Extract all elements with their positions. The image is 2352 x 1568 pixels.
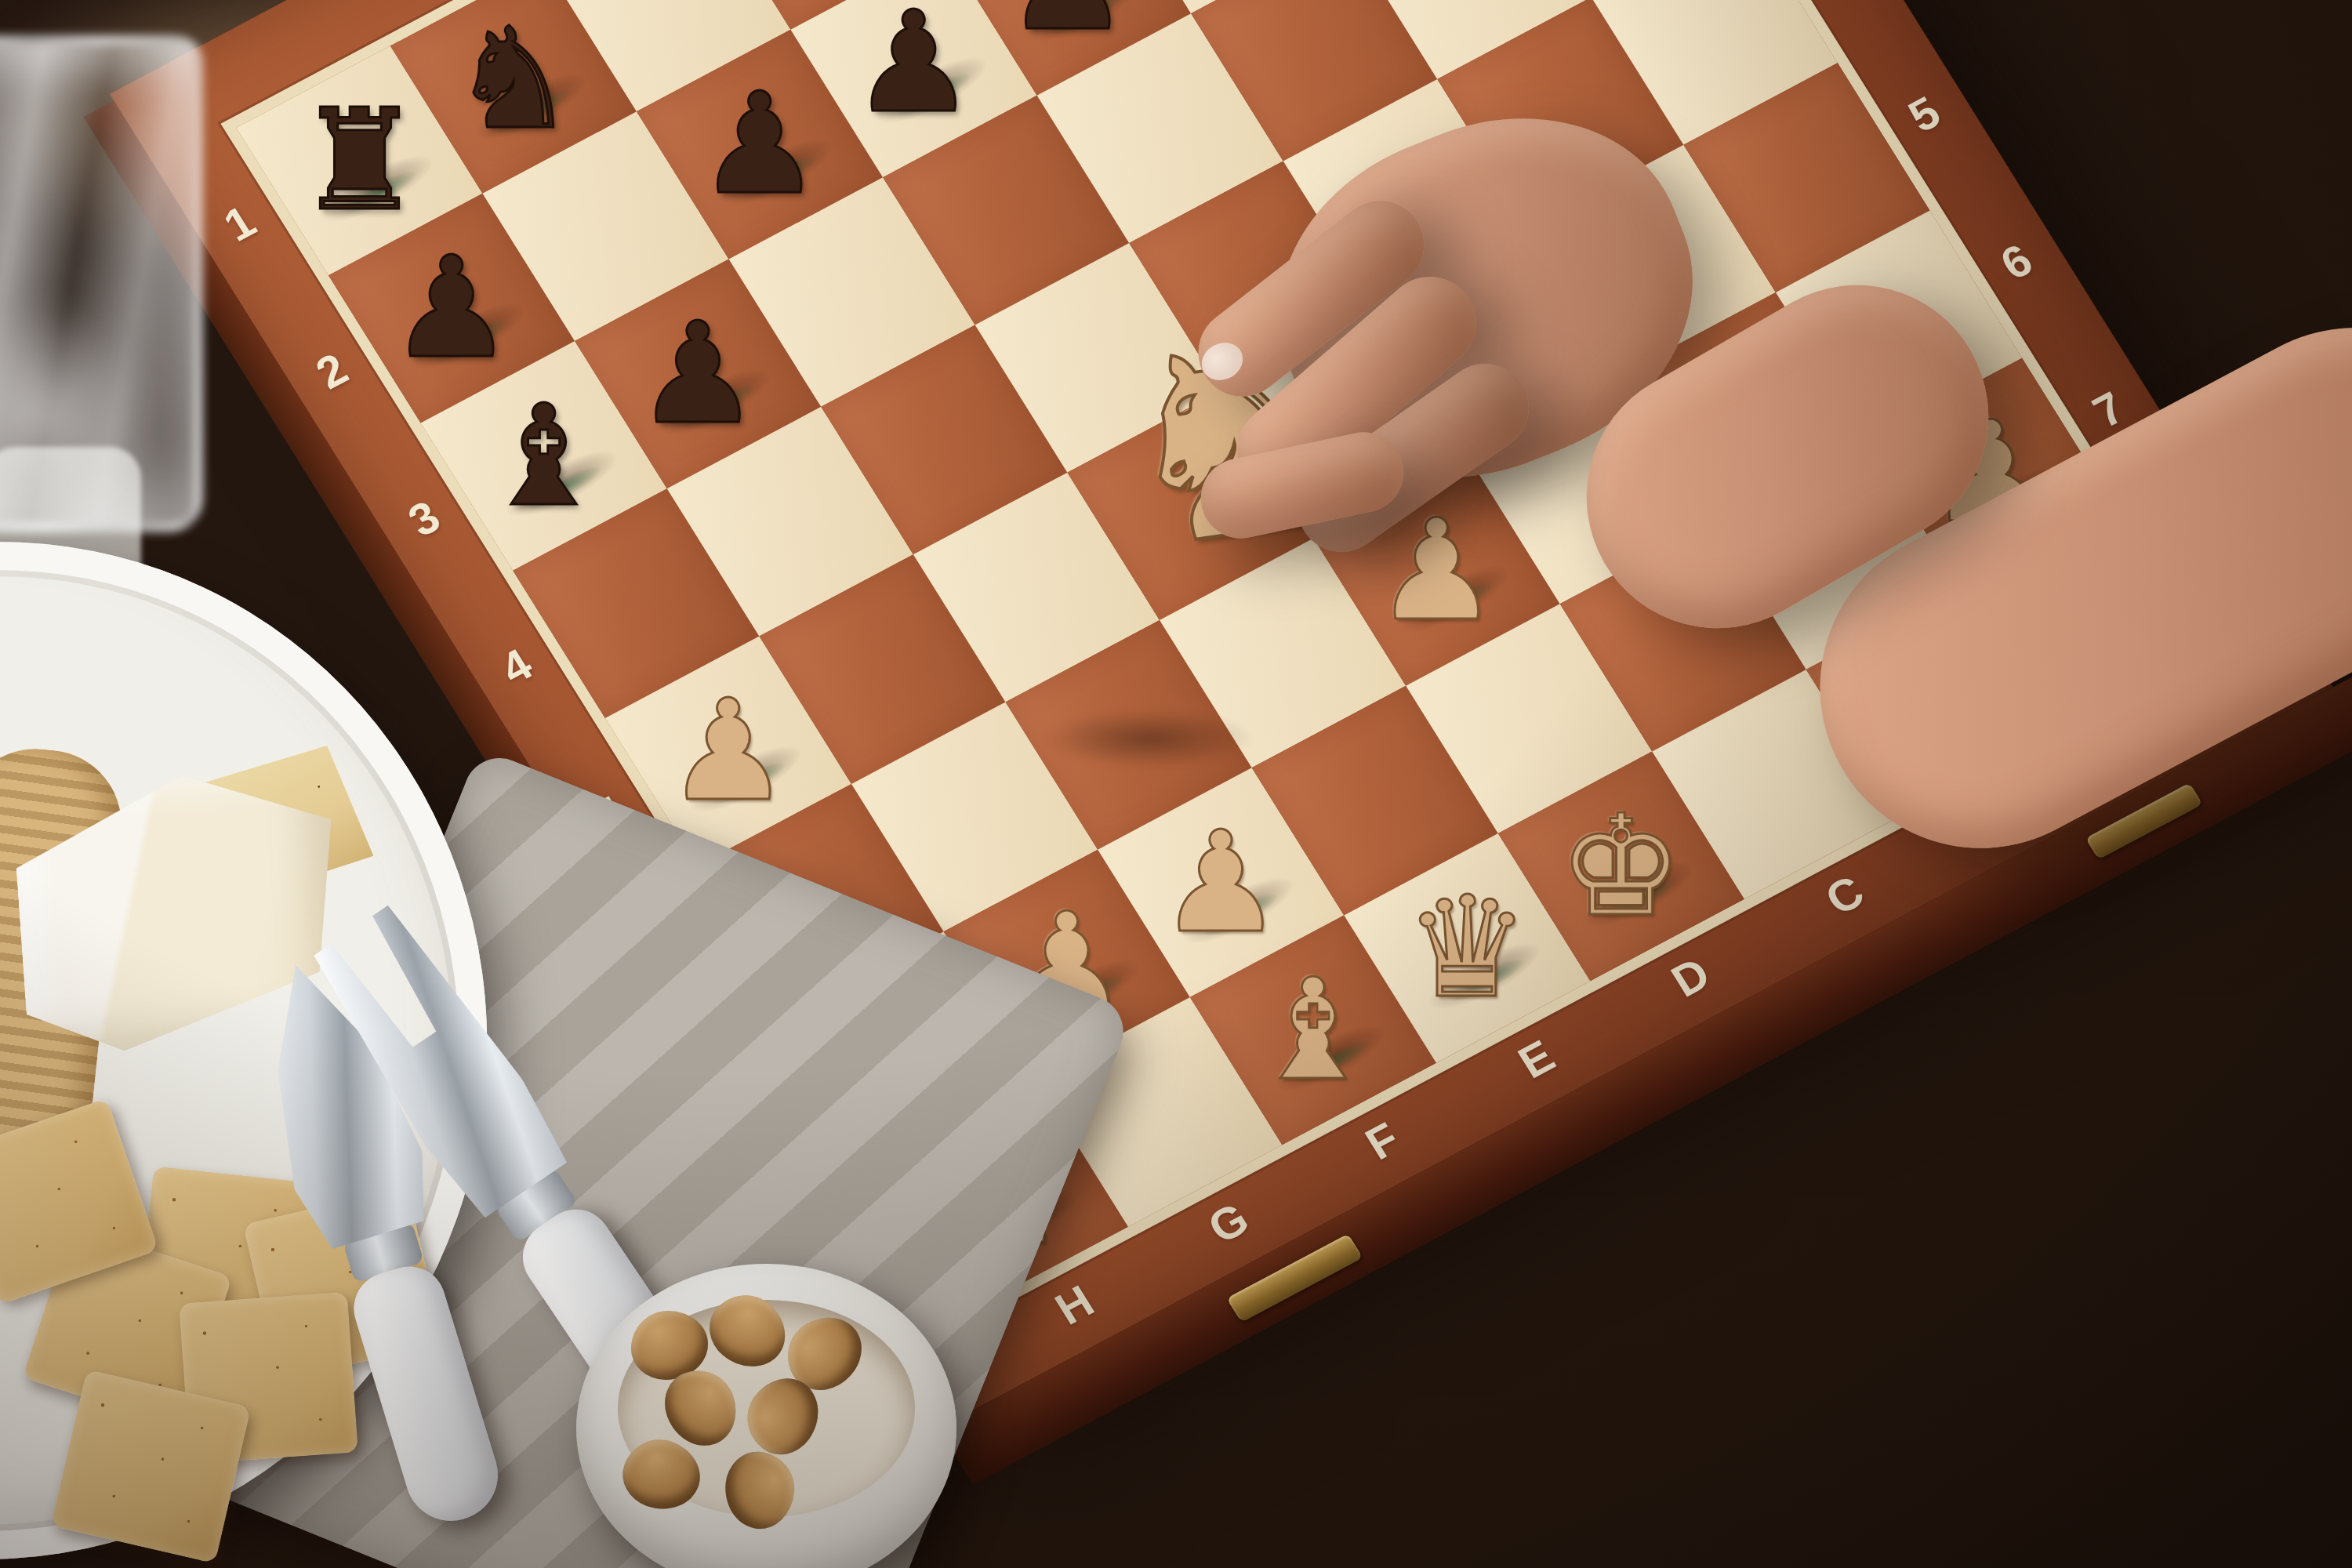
piece-white-bishop-f8[interactable]: ♝ [1250, 960, 1376, 1100]
knight-shadow [1043, 710, 1254, 768]
piece-white-king-d8[interactable]: ♚ [1559, 797, 1684, 936]
piece-black-pawn-g3[interactable]: ♟ [635, 304, 760, 444]
piece-black-pawn-d2[interactable]: ♟ [1005, 0, 1131, 50]
piece-black-bishop-h3[interactable]: ♝ [481, 386, 607, 525]
piece-black-pawn-f2[interactable]: ♟ [697, 74, 822, 214]
piece-black-knight-g1[interactable]: ♞ [451, 9, 576, 148]
piece-white-queen-e8[interactable]: ♛ [1405, 878, 1530, 1018]
piece-white-pawn-h5[interactable]: ♟ [666, 681, 791, 821]
scene: ♜♞♟♟♟♟♝♟♟♟♟♟♟♜♝♛♚ 1122334455667788HGFEDC… [0, 0, 2352, 1568]
piece-black-rook-h1[interactable]: ♜ [297, 91, 423, 230]
piece-white-pawn-f7[interactable]: ♟ [1158, 813, 1283, 953]
piece-black-pawn-e2[interactable]: ♟ [851, 0, 977, 132]
piece-black-pawn-h2[interactable]: ♟ [389, 238, 514, 378]
glass-highlight [0, 298, 141, 533]
